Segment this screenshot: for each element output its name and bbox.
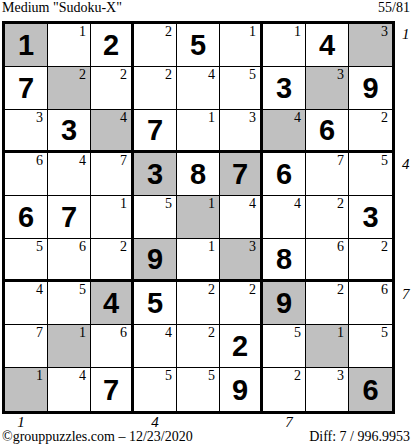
solved-digit: 1	[18, 31, 34, 60]
copyright-text: ©grouppuzzles.com – 12/23/2020	[2, 429, 193, 444]
cell-r8c1[interactable]: 7	[5, 325, 48, 368]
cell-r4c2[interactable]: 4	[48, 153, 91, 196]
solved-digit: 2	[103, 31, 119, 60]
solved-digit: 8	[190, 160, 206, 189]
cell-r3c2[interactable]: 3	[48, 110, 91, 153]
cell-r2c2[interactable]: 2	[48, 67, 91, 110]
cell-r5c9[interactable]: 3	[349, 196, 392, 239]
candidate-digit: 1	[36, 368, 43, 383]
cell-r4c6[interactable]: 7	[220, 153, 263, 196]
solved-digit: 9	[147, 245, 163, 274]
cell-r3c3[interactable]: 4	[91, 110, 134, 153]
candidate-digit: 5	[294, 325, 301, 340]
cell-r1c1[interactable]: 1	[5, 24, 48, 67]
cell-r1c9[interactable]: 3	[349, 24, 392, 67]
cell-r5c5[interactable]: 1	[177, 196, 220, 239]
candidate-digit: 4	[79, 368, 86, 383]
solved-digit: 3	[61, 116, 77, 145]
cells-remaining-counter: 55/81	[378, 0, 410, 16]
candidate-digit: 1	[337, 325, 344, 340]
candidate-digit: 1	[120, 196, 127, 211]
cell-r9c9[interactable]: 6	[349, 368, 392, 411]
cell-r6c4[interactable]: 9	[134, 239, 177, 282]
cell-r5c3[interactable]: 1	[91, 196, 134, 239]
cell-r3c6[interactable]: 3	[220, 110, 263, 153]
candidate-digit: 1	[249, 24, 256, 39]
candidate-digit: 4	[294, 196, 301, 211]
solved-digit: 5	[190, 31, 206, 60]
cell-r3c8[interactable]: 6	[306, 110, 349, 153]
col-label-7: 7	[282, 415, 296, 430]
cell-r2c8[interactable]: 3	[306, 67, 349, 110]
cell-r5c1[interactable]: 6	[5, 196, 48, 239]
difficulty-text: Diff: 7 / 996.9953	[309, 429, 410, 444]
candidate-digit: 1	[208, 196, 215, 211]
candidate-digit: 1	[79, 325, 86, 340]
solved-digit: 8	[276, 245, 292, 274]
candidate-digit: 3	[249, 110, 256, 125]
cell-r3c9[interactable]: 2	[349, 110, 392, 153]
cell-r6c7[interactable]: 8	[263, 239, 306, 282]
cell-r4c3[interactable]: 7	[91, 153, 134, 196]
solved-digit: 6	[276, 160, 292, 189]
cell-r3c7[interactable]: 4	[263, 110, 306, 153]
cell-r4c1[interactable]: 6	[5, 153, 48, 196]
cell-r6c3[interactable]: 2	[91, 239, 134, 282]
candidate-digit: 6	[36, 153, 43, 168]
solved-digit: 3	[147, 160, 163, 189]
solved-digit: 7	[61, 203, 77, 232]
cell-r9c1[interactable]: 1	[5, 368, 48, 411]
candidate-digit: 2	[337, 196, 344, 211]
candidate-digit: 2	[165, 67, 172, 82]
candidate-digit: 5	[79, 282, 86, 297]
cell-r5c8[interactable]: 2	[306, 196, 349, 239]
page-title: Medium "Sudoku-X"	[2, 0, 122, 16]
cell-r8c9[interactable]: 5	[349, 325, 392, 368]
cell-r3c1[interactable]: 3	[5, 110, 48, 153]
candidate-digit: 5	[208, 368, 215, 383]
cell-r8c6[interactable]: 2	[220, 325, 263, 368]
solved-digit: 3	[362, 203, 378, 232]
candidate-digit: 4	[208, 67, 215, 82]
cell-r6c5[interactable]: 1	[177, 239, 220, 282]
solved-digit: 5	[147, 289, 163, 318]
cell-r7c1[interactable]: 4	[5, 282, 48, 325]
cell-r3c4[interactable]: 7	[134, 110, 177, 153]
cell-r4c8[interactable]: 7	[306, 153, 349, 196]
col-label-4: 4	[148, 415, 162, 430]
candidate-digit: 4	[120, 110, 127, 125]
solved-digit: 4	[103, 289, 119, 318]
solved-digit: 6	[319, 116, 335, 145]
solved-digit: 6	[362, 376, 378, 405]
solved-digit: 2	[232, 332, 248, 361]
cell-r6c1[interactable]: 5	[5, 239, 48, 282]
solved-digit: 3	[276, 74, 292, 103]
candidate-digit: 2	[381, 239, 388, 254]
cell-r7c9[interactable]: 6	[349, 282, 392, 325]
cell-r1c6[interactable]: 1	[220, 24, 263, 67]
cell-r4c9[interactable]: 5	[349, 153, 392, 196]
candidate-digit: 5	[36, 239, 43, 254]
candidate-digit: 1	[208, 110, 215, 125]
cell-r9c4[interactable]: 5	[134, 368, 177, 411]
cell-r1c8[interactable]: 4	[306, 24, 349, 67]
cell-r7c3[interactable]: 4	[91, 282, 134, 325]
candidate-digit: 2	[120, 239, 127, 254]
candidate-digit: 2	[249, 282, 256, 297]
candidate-digit: 4	[79, 153, 86, 168]
candidate-digit: 3	[36, 110, 43, 125]
cell-r4c5[interactable]: 8	[177, 153, 220, 196]
cell-r9c5[interactable]: 5	[177, 368, 220, 411]
cell-r4c4[interactable]: 3	[134, 153, 177, 196]
candidate-digit: 2	[208, 282, 215, 297]
cell-r3c5[interactable]: 1	[177, 110, 220, 153]
candidate-digit: 4	[165, 325, 172, 340]
candidate-digit: 7	[120, 153, 127, 168]
candidate-digit: 3	[249, 239, 256, 254]
cell-r9c7[interactable]: 2	[263, 368, 306, 411]
cell-r6c8[interactable]: 6	[306, 239, 349, 282]
cell-r9c8[interactable]: 3	[306, 368, 349, 411]
candidate-digit: 1	[208, 239, 215, 254]
cell-r8c7[interactable]: 5	[263, 325, 306, 368]
candidate-digit: 2	[165, 24, 172, 39]
solved-digit: 4	[319, 31, 335, 60]
cell-r7c8[interactable]: 2	[306, 282, 349, 325]
cell-r8c2[interactable]: 1	[48, 325, 91, 368]
cell-r2c1[interactable]: 7	[5, 67, 48, 110]
solved-digit: 7	[232, 160, 248, 189]
candidate-digit: 3	[337, 67, 344, 82]
candidate-digit: 2	[208, 325, 215, 340]
cell-r2c4[interactable]: 2	[134, 67, 177, 110]
cell-r6c2[interactable]: 6	[48, 239, 91, 282]
row-label-4: 4	[402, 157, 412, 172]
puzzle-page: Medium "Sudoku-X" 55/81 1122511437222453…	[0, 0, 412, 445]
cell-r6c9[interactable]: 2	[349, 239, 392, 282]
candidate-digit: 1	[294, 24, 301, 39]
candidate-digit: 5	[165, 368, 172, 383]
solved-digit: 9	[362, 74, 378, 103]
candidate-digit: 1	[79, 24, 86, 39]
candidate-digit: 4	[36, 282, 43, 297]
solved-digit: 7	[147, 116, 163, 145]
cell-r9c3[interactable]: 7	[91, 368, 134, 411]
candidate-digit: 7	[337, 153, 344, 168]
candidate-digit: 5	[381, 325, 388, 340]
candidate-digit: 3	[381, 24, 388, 39]
cell-r8c4[interactable]: 4	[134, 325, 177, 368]
candidate-digit: 6	[337, 239, 344, 254]
footer: ©grouppuzzles.com – 12/23/2020 Diff: 7 /…	[2, 429, 410, 444]
candidate-digit: 3	[337, 368, 344, 383]
cell-r5c4[interactable]: 5	[134, 196, 177, 239]
cell-r7c6[interactable]: 2	[220, 282, 263, 325]
candidate-digit: 6	[120, 325, 127, 340]
cell-r1c2[interactable]: 1	[48, 24, 91, 67]
cell-r9c2[interactable]: 4	[48, 368, 91, 411]
cell-r2c6[interactable]: 5	[220, 67, 263, 110]
solved-digit: 7	[103, 376, 119, 405]
cell-r8c8[interactable]: 1	[306, 325, 349, 368]
cell-r5c6[interactable]: 4	[220, 196, 263, 239]
cell-r6c6[interactable]: 3	[220, 239, 263, 282]
cell-r1c4[interactable]: 2	[134, 24, 177, 67]
row-label-1: 1	[402, 27, 412, 42]
cell-r2c3[interactable]: 2	[91, 67, 134, 110]
solved-digit: 6	[18, 203, 34, 232]
candidate-digit: 5	[381, 153, 388, 168]
row-label-7: 7	[402, 287, 412, 302]
candidate-digit: 4	[294, 110, 301, 125]
candidate-digit: 5	[249, 67, 256, 82]
cell-r9c6[interactable]: 9	[220, 368, 263, 411]
cell-r1c3[interactable]: 2	[91, 24, 134, 67]
sudoku-grid: 1122511437222453393347134626473876756715…	[2, 21, 395, 414]
candidate-digit: 6	[79, 239, 86, 254]
cell-r8c3[interactable]: 6	[91, 325, 134, 368]
cell-r2c5[interactable]: 4	[177, 67, 220, 110]
solved-digit: 9	[232, 376, 248, 405]
candidate-digit: 2	[79, 67, 86, 82]
cell-r7c2[interactable]: 5	[48, 282, 91, 325]
solved-digit: 9	[276, 289, 292, 318]
cell-r1c7[interactable]: 1	[263, 24, 306, 67]
cell-r5c2[interactable]: 7	[48, 196, 91, 239]
cell-r2c9[interactable]: 9	[349, 67, 392, 110]
candidate-digit: 2	[337, 282, 344, 297]
cell-r7c7[interactable]: 9	[263, 282, 306, 325]
candidate-digit: 4	[249, 196, 256, 211]
cell-r7c5[interactable]: 2	[177, 282, 220, 325]
candidate-digit: 5	[165, 196, 172, 211]
solved-digit: 7	[18, 74, 34, 103]
candidate-digit: 2	[294, 368, 301, 383]
candidate-digit: 2	[381, 110, 388, 125]
cell-r2c7[interactable]: 3	[263, 67, 306, 110]
cell-r8c5[interactable]: 2	[177, 325, 220, 368]
col-label-1: 1	[14, 415, 28, 430]
candidate-digit: 2	[120, 67, 127, 82]
candidate-digit: 7	[36, 325, 43, 340]
candidate-digit: 6	[381, 282, 388, 297]
cell-r5c7[interactable]: 4	[263, 196, 306, 239]
cell-r1c5[interactable]: 5	[177, 24, 220, 67]
header: Medium "Sudoku-X" 55/81	[2, 0, 410, 20]
cell-r4c7[interactable]: 6	[263, 153, 306, 196]
cell-r7c4[interactable]: 5	[134, 282, 177, 325]
